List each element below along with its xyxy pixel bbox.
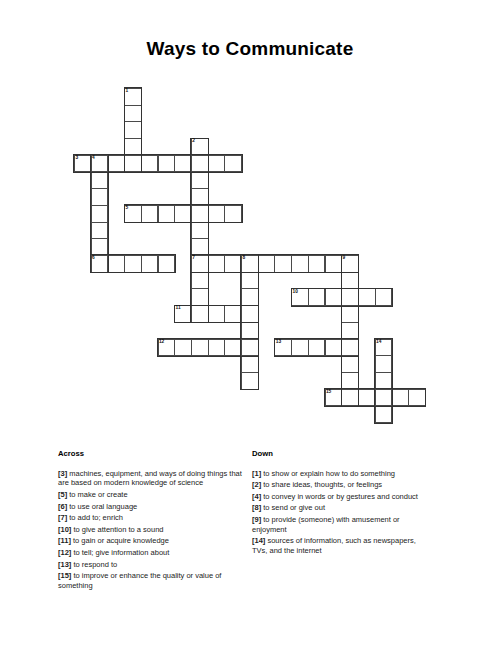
cell-r4-c1[interactable] — [91, 155, 109, 173]
cell-r18-c18[interactable] — [375, 389, 393, 407]
cell-r7-c1[interactable] — [91, 205, 109, 223]
cell-r7-c9[interactable] — [224, 205, 242, 223]
cell-r8-c1[interactable] — [91, 222, 109, 240]
clue-down-14: [14] sources of information, such as new… — [252, 536, 422, 556]
cell-r4-c3[interactable] — [124, 155, 142, 173]
clue-across-11: [11] to gain or acquire knowledge — [58, 536, 244, 546]
cell-r13-c8[interactable] — [208, 305, 226, 323]
cell-r15-c13[interactable] — [291, 339, 309, 357]
cell-r4-c7[interactable] — [191, 155, 209, 173]
cell-r13-c10[interactable] — [241, 305, 259, 323]
cell-r6-c1[interactable] — [91, 188, 109, 206]
cell-r16-c10[interactable] — [241, 355, 259, 373]
puzzle-title: Ways to Communicate — [0, 38, 500, 60]
cell-r5-c7[interactable] — [191, 172, 209, 190]
cell-r12-c18[interactable] — [375, 288, 393, 306]
cell-r15-c7[interactable] — [191, 339, 209, 357]
cell-r10-c1[interactable] — [91, 255, 109, 273]
cell-r10-c4[interactable] — [141, 255, 159, 273]
cell-r15-c6[interactable] — [174, 339, 192, 357]
cell-r10-c3[interactable] — [124, 255, 142, 273]
cell-r4-c6[interactable] — [174, 155, 192, 173]
across-header: Across — [58, 449, 244, 459]
cell-r18-c16[interactable] — [341, 389, 359, 407]
cell-r10-c11[interactable] — [258, 255, 276, 273]
clue-down-8: [8] to send or give out — [252, 503, 422, 513]
cell-r4-c0[interactable] — [74, 155, 92, 173]
cell-r7-c5[interactable] — [158, 205, 176, 223]
cell-r9-c7[interactable] — [191, 238, 209, 256]
cell-r6-c7[interactable] — [191, 188, 209, 206]
cell-r13-c6[interactable] — [174, 305, 192, 323]
cell-r17-c16[interactable] — [341, 372, 359, 390]
cell-r4-c4[interactable] — [141, 155, 159, 173]
cell-r4-c5[interactable] — [158, 155, 176, 173]
cell-r15-c10[interactable] — [241, 339, 259, 357]
cell-r15-c8[interactable] — [208, 339, 226, 357]
cell-r7-c7[interactable] — [191, 205, 209, 223]
cell-r3-c7[interactable] — [191, 138, 209, 156]
cell-r8-c7[interactable] — [191, 222, 209, 240]
clue-down-2: [2] to share ideas, thoughts, or feeling… — [252, 480, 422, 490]
cell-r7-c4[interactable] — [141, 205, 159, 223]
clue-number: [3] — [58, 469, 67, 478]
clue-number: [4] — [252, 492, 261, 501]
clue-number: [5] — [58, 490, 67, 499]
clue-number: [12] — [58, 548, 71, 557]
cell-r5-c1[interactable] — [91, 172, 109, 190]
cell-r10-c5[interactable] — [158, 255, 176, 273]
cell-r18-c19[interactable] — [391, 389, 409, 407]
cell-r7-c8[interactable] — [208, 205, 226, 223]
cell-r4-c2[interactable] — [107, 155, 125, 173]
clue-number: [9] — [252, 515, 261, 524]
cell-r15-c14[interactable] — [308, 339, 326, 357]
cell-r12-c16[interactable] — [341, 288, 359, 306]
cell-r7-c3[interactable] — [124, 205, 142, 223]
cell-r18-c20[interactable] — [408, 389, 426, 407]
cell-r15-c12[interactable] — [274, 339, 292, 357]
cell-r15-c5[interactable] — [158, 339, 176, 357]
clue-down-9: [9] to provide (someone) with amusement … — [252, 515, 422, 535]
cell-r10-c10[interactable] — [241, 255, 259, 273]
cell-r1-c3[interactable] — [124, 105, 142, 123]
down-header: Down — [252, 449, 422, 459]
clue-number: [11] — [58, 536, 71, 545]
clue-across-3: [3] machines, equipment, and ways of doi… — [58, 469, 244, 489]
clue-down-1: [1] to show or explain how to do somethi… — [252, 469, 422, 479]
cell-r2-c3[interactable] — [124, 121, 142, 139]
cell-r11-c16[interactable] — [341, 272, 359, 290]
cell-r7-c6[interactable] — [174, 205, 192, 223]
clue-number: [8] — [252, 503, 261, 512]
clue-number: [2] — [252, 480, 261, 489]
clue-down-4: [4] to convey in words or by gestures an… — [252, 492, 422, 502]
cell-r12-c7[interactable] — [191, 288, 209, 306]
cell-r15-c15[interactable] — [325, 339, 343, 357]
cell-r10-c9[interactable] — [224, 255, 242, 273]
worksheet-page: Ways to Communicate 12345678910111213141… — [0, 0, 500, 647]
clue-number: [1] — [252, 469, 261, 478]
across-clue-list: [3] machines, equipment, and ways of doi… — [58, 469, 244, 591]
cell-r10-c2[interactable] — [107, 255, 125, 273]
clue-across-13: [13] to respond to — [58, 560, 244, 570]
clue-number: [14] — [252, 536, 265, 545]
cell-r13-c16[interactable] — [341, 305, 359, 323]
clue-across-7: [7] to add to; enrich — [58, 513, 244, 523]
cell-r18-c17[interactable] — [358, 389, 376, 407]
clue-number: [10] — [58, 525, 71, 534]
cell-r4-c9[interactable] — [224, 155, 242, 173]
clue-number: [15] — [58, 571, 71, 580]
cell-r15-c18[interactable] — [375, 339, 393, 357]
cell-r9-c1[interactable] — [91, 238, 109, 256]
cell-r16-c18[interactable] — [375, 355, 393, 373]
down-clues-section: Down [1] to show or explain how to do so… — [252, 449, 422, 558]
clue-number: [6] — [58, 502, 67, 511]
cell-r3-c3[interactable] — [124, 138, 142, 156]
cell-r10-c12[interactable] — [274, 255, 292, 273]
clue-number: [7] — [58, 513, 67, 522]
cell-r16-c16[interactable] — [341, 355, 359, 373]
cell-r10-c14[interactable] — [308, 255, 326, 273]
clue-across-10: [10] to give attention to a sound — [58, 525, 244, 535]
cell-r10-c15[interactable] — [325, 255, 343, 273]
clue-across-15: [15] to improve or enhance the quality o… — [58, 571, 244, 591]
cell-r14-c16[interactable] — [341, 322, 359, 340]
across-clues-section: Across [3] machines, equipment, and ways… — [58, 449, 244, 593]
cell-r10-c7[interactable] — [191, 255, 209, 273]
cell-r18-c15[interactable] — [325, 389, 343, 407]
cell-r14-c10[interactable] — [241, 322, 259, 340]
clue-across-5: [5] to make or create — [58, 490, 244, 500]
cell-r19-c18[interactable] — [375, 405, 393, 423]
cell-r10-c8[interactable] — [208, 255, 226, 273]
down-clue-list: [1] to show or explain how to do somethi… — [252, 469, 422, 557]
cell-r0-c3[interactable] — [124, 88, 142, 106]
cell-r12-c14[interactable] — [308, 288, 326, 306]
cell-r15-c9[interactable] — [224, 339, 242, 357]
clue-number: [13] — [58, 560, 71, 569]
cell-r17-c18[interactable] — [375, 372, 393, 390]
cell-r11-c10[interactable] — [241, 272, 259, 290]
cell-r15-c16[interactable] — [341, 339, 359, 357]
cell-r10-c13[interactable] — [291, 255, 309, 273]
cell-r4-c8[interactable] — [208, 155, 226, 173]
clue-across-6: [6] to use oral language — [58, 502, 244, 512]
cell-r13-c7[interactable] — [191, 305, 209, 323]
cell-r11-c7[interactable] — [191, 272, 209, 290]
crossword-grid: 123456789101112131415 — [74, 88, 430, 429]
cell-r12-c17[interactable] — [358, 288, 376, 306]
cell-r17-c10[interactable] — [241, 372, 259, 390]
cell-r10-c16[interactable] — [341, 255, 359, 273]
cell-r12-c15[interactable] — [325, 288, 343, 306]
cell-r12-c13[interactable] — [291, 288, 309, 306]
cell-r13-c9[interactable] — [224, 305, 242, 323]
clue-across-12: [12] to tell; give information about — [58, 548, 244, 558]
cell-r12-c10[interactable] — [241, 288, 259, 306]
